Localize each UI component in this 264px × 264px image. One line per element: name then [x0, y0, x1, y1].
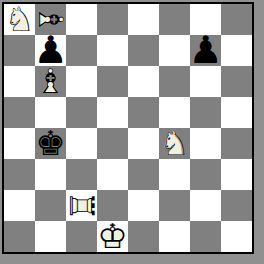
- piece-solid-layer: ♚: [35, 128, 66, 159]
- square-a3[interactable]: [4, 159, 35, 190]
- square-d5[interactable]: [97, 97, 128, 128]
- square-g6[interactable]: [190, 66, 221, 97]
- square-c1[interactable]: [66, 221, 97, 252]
- square-c5[interactable]: [66, 97, 97, 128]
- square-d3[interactable]: [97, 159, 128, 190]
- square-f3[interactable]: [159, 159, 190, 190]
- square-c2[interactable]: ♜♖: [66, 190, 97, 221]
- piece-outline-layer: ♖: [66, 190, 97, 221]
- chess-diagram-page: ♞♘♝♗♟♟♝♗♚♞♘♜♖♚♔: [0, 0, 264, 264]
- square-e7[interactable]: [128, 35, 159, 66]
- square-e6[interactable]: [128, 66, 159, 97]
- square-a2[interactable]: [4, 190, 35, 221]
- square-e5[interactable]: [128, 97, 159, 128]
- square-g1[interactable]: [190, 221, 221, 252]
- square-h1[interactable]: [221, 221, 252, 252]
- piece-outline-layer: ♘: [159, 128, 190, 159]
- square-h5[interactable]: [221, 97, 252, 128]
- square-h7[interactable]: [221, 35, 252, 66]
- square-g2[interactable]: [190, 190, 221, 221]
- square-h4[interactable]: [221, 128, 252, 159]
- square-a5[interactable]: [4, 97, 35, 128]
- chess-board: ♞♘♝♗♟♟♝♗♚♞♘♜♖♚♔: [2, 2, 254, 254]
- black-king-b4[interactable]: ♚: [35, 128, 66, 159]
- square-h8[interactable]: [221, 4, 252, 35]
- square-e8[interactable]: [128, 4, 159, 35]
- square-d6[interactable]: [97, 66, 128, 97]
- square-g7[interactable]: ♟: [190, 35, 221, 66]
- square-c8[interactable]: [66, 4, 97, 35]
- piece-solid-layer: ♟: [190, 35, 221, 66]
- square-c7[interactable]: [66, 35, 97, 66]
- piece-outline-layer: ♔: [97, 221, 128, 252]
- square-e2[interactable]: [128, 190, 159, 221]
- square-a7[interactable]: [4, 35, 35, 66]
- square-d8[interactable]: [97, 4, 128, 35]
- square-f7[interactable]: [159, 35, 190, 66]
- white-knight-f4[interactable]: ♞♘: [159, 128, 190, 159]
- square-g4[interactable]: [190, 128, 221, 159]
- square-f1[interactable]: [159, 221, 190, 252]
- square-f4[interactable]: ♞♘: [159, 128, 190, 159]
- square-h2[interactable]: [221, 190, 252, 221]
- square-b3[interactable]: [35, 159, 66, 190]
- piece-outline-layer: ♗: [35, 66, 66, 97]
- square-c4[interactable]: [66, 128, 97, 159]
- square-b4[interactable]: ♚: [35, 128, 66, 159]
- square-h3[interactable]: [221, 159, 252, 190]
- square-d4[interactable]: [97, 128, 128, 159]
- square-a1[interactable]: [4, 221, 35, 252]
- square-e1[interactable]: [128, 221, 159, 252]
- square-a4[interactable]: [4, 128, 35, 159]
- white-bishop-b6[interactable]: ♝♗: [35, 66, 66, 97]
- square-d7[interactable]: [97, 35, 128, 66]
- square-d1[interactable]: ♚♔: [97, 221, 128, 252]
- square-c3[interactable]: [66, 159, 97, 190]
- white-rook-c2-rotated[interactable]: ♜♖: [66, 190, 97, 221]
- square-g5[interactable]: [190, 97, 221, 128]
- square-c6[interactable]: [66, 66, 97, 97]
- square-h6[interactable]: [221, 66, 252, 97]
- square-a6[interactable]: [4, 66, 35, 97]
- white-king-d1[interactable]: ♚♔: [97, 221, 128, 252]
- square-e3[interactable]: [128, 159, 159, 190]
- square-f2[interactable]: [159, 190, 190, 221]
- square-e4[interactable]: [128, 128, 159, 159]
- black-pawn-g7[interactable]: ♟: [190, 35, 221, 66]
- square-g3[interactable]: [190, 159, 221, 190]
- square-f8[interactable]: [159, 4, 190, 35]
- square-b1[interactable]: [35, 221, 66, 252]
- square-b6[interactable]: ♝♗: [35, 66, 66, 97]
- square-f6[interactable]: [159, 66, 190, 97]
